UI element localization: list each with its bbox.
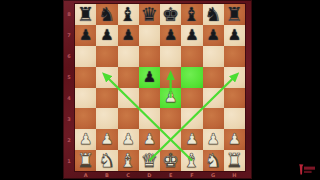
file-labels: ABCDEFGH — [75, 171, 245, 179]
chess-board: ♜♞♝♛♚♝♞♜♟♟♟♟♟♟♟♟♟♟♟♟♟♟♟♟♜♞♝♛♚♝♞♜ — [75, 4, 245, 171]
square-f3 — [181, 108, 202, 129]
white-knight: ♞ — [205, 151, 222, 170]
rank-label-7: 7 — [63, 25, 75, 46]
chess-site-logo-icon — [297, 163, 317, 176]
rank-label-4: 4 — [63, 88, 75, 109]
square-f5 — [181, 67, 202, 88]
rank-label-6: 6 — [63, 46, 75, 67]
rank-label-5: 5 — [63, 67, 75, 88]
square-d3 — [139, 108, 160, 129]
black-pawn: ♟ — [143, 69, 156, 84]
white-pawn: ♟ — [206, 132, 219, 147]
black-king: ♚ — [162, 4, 179, 23]
square-a4 — [75, 88, 96, 109]
square-c2: ♟ — [118, 129, 139, 150]
square-f7: ♟ — [181, 25, 202, 46]
square-g7: ♟ — [203, 25, 224, 46]
file-label-f: F — [181, 171, 202, 179]
square-b2: ♟ — [96, 129, 117, 150]
square-b7: ♟ — [96, 25, 117, 46]
black-queen: ♛ — [141, 4, 158, 23]
square-h2: ♟ — [224, 129, 245, 150]
square-c6 — [118, 46, 139, 67]
square-c4 — [118, 88, 139, 109]
square-g2: ♟ — [203, 129, 224, 150]
file-label-c: C — [118, 171, 139, 179]
watermark-logo — [297, 161, 317, 174]
square-f6 — [181, 46, 202, 67]
black-pawn: ♟ — [79, 27, 92, 42]
square-c3 — [118, 108, 139, 129]
white-pawn: ♟ — [143, 132, 156, 147]
square-a3 — [75, 108, 96, 129]
file-label-b: B — [96, 171, 117, 179]
square-a6 — [75, 46, 96, 67]
black-pawn: ♟ — [228, 27, 241, 42]
white-pawn: ♟ — [79, 132, 92, 147]
square-f1: ♝ — [181, 150, 202, 171]
square-g3 — [203, 108, 224, 129]
square-d7 — [139, 25, 160, 46]
white-pawn: ♟ — [228, 132, 241, 147]
square-e2 — [160, 129, 181, 150]
square-f2: ♟ — [181, 129, 202, 150]
black-knight: ♞ — [205, 4, 222, 23]
square-b6 — [96, 46, 117, 67]
file-label-g: G — [203, 171, 224, 179]
square-a8: ♜ — [75, 4, 96, 25]
white-rook: ♜ — [77, 151, 94, 170]
white-bishop: ♝ — [183, 151, 200, 170]
rank-labels: 87654321 — [63, 4, 75, 171]
black-pawn: ♟ — [121, 27, 134, 42]
black-pawn: ♟ — [164, 27, 177, 42]
black-rook: ♜ — [77, 4, 94, 23]
square-c8: ♝ — [118, 4, 139, 25]
square-h4 — [224, 88, 245, 109]
square-h6 — [224, 46, 245, 67]
square-e7: ♟ — [160, 25, 181, 46]
black-knight: ♞ — [98, 4, 115, 23]
square-h5 — [224, 67, 245, 88]
square-c5 — [118, 67, 139, 88]
square-e1: ♚ — [160, 150, 181, 171]
square-h7: ♟ — [224, 25, 245, 46]
square-e3 — [160, 108, 181, 129]
white-king: ♚ — [162, 151, 179, 170]
file-label-e: E — [160, 171, 181, 179]
square-h8: ♜ — [224, 4, 245, 25]
white-pawn: ♟ — [164, 90, 177, 105]
chess-board-frame: 87654321 ♜♞♝♛♚♝♞♜♟♟♟♟♟♟♟♟♟♟♟♟♟♟♟♟♜♞♝♛♚♝♞… — [63, 0, 252, 179]
square-g4 — [203, 88, 224, 109]
black-pawn: ♟ — [100, 27, 113, 42]
square-d1: ♛ — [139, 150, 160, 171]
square-d4 — [139, 88, 160, 109]
black-pawn: ♟ — [206, 27, 219, 42]
rank-label-3: 3 — [63, 108, 75, 129]
square-e4: ♟ — [160, 88, 181, 109]
square-g1: ♞ — [203, 150, 224, 171]
square-e6 — [160, 46, 181, 67]
square-d8: ♛ — [139, 4, 160, 25]
file-label-d: D — [139, 171, 160, 179]
file-label-a: A — [75, 171, 96, 179]
square-b5 — [96, 67, 117, 88]
rank-label-2: 2 — [63, 129, 75, 150]
white-bishop: ♝ — [120, 151, 137, 170]
square-e8: ♚ — [160, 4, 181, 25]
square-a1: ♜ — [75, 150, 96, 171]
white-pawn: ♟ — [100, 132, 113, 147]
square-b3 — [96, 108, 117, 129]
white-pawn: ♟ — [185, 132, 198, 147]
square-f8: ♝ — [181, 4, 202, 25]
square-a7: ♟ — [75, 25, 96, 46]
white-pawn: ♟ — [121, 132, 134, 147]
square-c7: ♟ — [118, 25, 139, 46]
square-d5: ♟ — [139, 67, 160, 88]
white-rook: ♜ — [226, 151, 243, 170]
black-pawn: ♟ — [185, 27, 198, 42]
white-knight: ♞ — [98, 151, 115, 170]
square-b4 — [96, 88, 117, 109]
square-a5 — [75, 67, 96, 88]
square-b1: ♞ — [96, 150, 117, 171]
rank-label-8: 8 — [63, 4, 75, 25]
square-g8: ♞ — [203, 4, 224, 25]
square-b8: ♞ — [96, 4, 117, 25]
square-d6 — [139, 46, 160, 67]
square-a2: ♟ — [75, 129, 96, 150]
square-e5 — [160, 67, 181, 88]
file-label-h: H — [224, 171, 245, 179]
square-g6 — [203, 46, 224, 67]
rank-label-1: 1 — [63, 150, 75, 171]
video-thumbnail: 87654321 ♜♞♝♛♚♝♞♜♟♟♟♟♟♟♟♟♟♟♟♟♟♟♟♟♜♞♝♛♚♝♞… — [0, 0, 320, 180]
square-c1: ♝ — [118, 150, 139, 171]
square-f4 — [181, 88, 202, 109]
square-g5 — [203, 67, 224, 88]
black-bishop: ♝ — [120, 4, 137, 23]
black-bishop: ♝ — [183, 4, 200, 23]
white-queen: ♛ — [141, 151, 158, 170]
square-h3 — [224, 108, 245, 129]
square-h1: ♜ — [224, 150, 245, 171]
square-d2: ♟ — [139, 129, 160, 150]
black-rook: ♜ — [226, 4, 243, 23]
